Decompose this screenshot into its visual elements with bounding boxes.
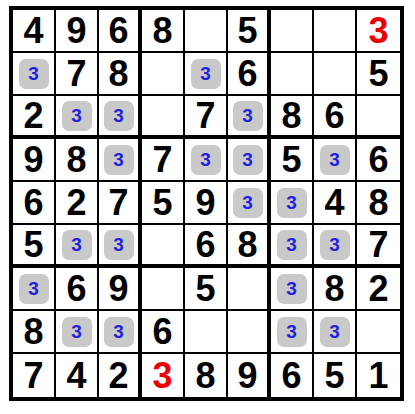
candidate-3-marker: 3 <box>62 230 92 260</box>
cell-r1c8[interactable] <box>314 10 357 53</box>
cell-r7c1[interactable]: 3 <box>13 268 56 311</box>
digit-given: 8 <box>195 358 215 394</box>
digit-given: 6 <box>108 13 128 49</box>
digit-given: 2 <box>23 98 43 134</box>
cell-r5c2[interactable]: 2 <box>56 182 99 225</box>
sudoku-board: 4968533783652337386983733536627593348533… <box>9 6 404 401</box>
cell-r2c5[interactable]: 3 <box>185 53 228 96</box>
cell-r5c8[interactable]: 4 <box>314 182 357 225</box>
cell-r9c2[interactable]: 4 <box>56 354 99 397</box>
candidate-3-marker: 3 <box>320 145 350 175</box>
candidate-3-marker: 3 <box>277 230 307 260</box>
cell-r7c9[interactable]: 2 <box>357 268 400 311</box>
cell-r4c4[interactable]: 7 <box>142 139 185 182</box>
digit-given: 2 <box>108 358 128 394</box>
cell-r9c1[interactable]: 7 <box>13 354 56 397</box>
digit-given: 6 <box>66 271 86 307</box>
digit-given: 4 <box>324 185 344 221</box>
cell-r3c7[interactable]: 8 <box>271 96 314 139</box>
cell-r9c8[interactable]: 5 <box>314 354 357 397</box>
cell-r6c8[interactable]: 3 <box>314 225 357 268</box>
cell-r4c2[interactable]: 8 <box>56 139 99 182</box>
digit-given: 7 <box>23 358 43 394</box>
cell-r5c6[interactable]: 3 <box>228 182 271 225</box>
digit-given: 7 <box>66 56 86 92</box>
cell-r7c3[interactable]: 9 <box>99 268 142 311</box>
candidate-3-marker: 3 <box>277 188 307 218</box>
cell-r2c7[interactable] <box>271 53 314 96</box>
digit-given: 8 <box>324 271 344 307</box>
cell-r8c4[interactable]: 6 <box>142 311 185 354</box>
cell-r1c3[interactable]: 6 <box>99 10 142 53</box>
cell-r1c5[interactable] <box>185 10 228 53</box>
digit-given: 7 <box>152 142 172 178</box>
candidate-3-marker: 3 <box>320 317 350 347</box>
digit-given: 8 <box>237 227 257 263</box>
cell-r2c1[interactable]: 3 <box>13 53 56 96</box>
sudoku-grid: 4968533783652337386983733536627593348533… <box>13 10 400 397</box>
digit-given: 5 <box>324 358 344 394</box>
cell-r1c6[interactable]: 5 <box>228 10 271 53</box>
digit-given: 5 <box>152 185 172 221</box>
digit-given: 6 <box>368 142 388 178</box>
cell-r1c2[interactable]: 9 <box>56 10 99 53</box>
cell-r3c4[interactable] <box>142 96 185 139</box>
cell-r3c1[interactable]: 2 <box>13 96 56 139</box>
cell-r8c8[interactable]: 3 <box>314 311 357 354</box>
cell-r3c8[interactable]: 6 <box>314 96 357 139</box>
digit-given: 6 <box>195 227 215 263</box>
candidate-3-marker: 3 <box>19 59 49 89</box>
digit-given: 8 <box>281 98 301 134</box>
candidate-3-marker: 3 <box>104 145 134 175</box>
cell-r6c7[interactable]: 3 <box>271 225 314 268</box>
cell-r8c7[interactable]: 3 <box>271 311 314 354</box>
digit-given: 4 <box>23 13 43 49</box>
cell-r8c9[interactable] <box>357 311 400 354</box>
cell-r3c9[interactable] <box>357 96 400 139</box>
digit-given: 7 <box>195 98 215 134</box>
cell-r4c1[interactable]: 9 <box>13 139 56 182</box>
cell-r6c2[interactable]: 3 <box>56 225 99 268</box>
digit-given: 5 <box>368 56 388 92</box>
cell-r3c3[interactable]: 3 <box>99 96 142 139</box>
cell-r4c3[interactable]: 3 <box>99 139 142 182</box>
digit-given: 2 <box>368 271 388 307</box>
candidate-3-marker: 3 <box>191 145 221 175</box>
cell-r6c9[interactable]: 7 <box>357 225 400 268</box>
cell-r9c7[interactable]: 6 <box>271 354 314 397</box>
digit-given: 1 <box>368 358 388 394</box>
digit-given: 4 <box>66 358 86 394</box>
digit-given: 7 <box>108 185 128 221</box>
cell-r8c5[interactable] <box>185 311 228 354</box>
cell-r8c1[interactable]: 8 <box>13 311 56 354</box>
cell-r4c6[interactable]: 3 <box>228 139 271 182</box>
digit-given: 6 <box>324 98 344 134</box>
digit-given: 6 <box>281 358 301 394</box>
digit-given: 9 <box>66 13 86 49</box>
cell-r1c4[interactable]: 8 <box>142 10 185 53</box>
cell-r9c3[interactable]: 2 <box>99 354 142 397</box>
cell-r6c4[interactable] <box>142 225 185 268</box>
cell-r6c3[interactable]: 3 <box>99 225 142 268</box>
cell-r8c6[interactable] <box>228 311 271 354</box>
cell-r2c4[interactable] <box>142 53 185 96</box>
cell-r7c7[interactable]: 3 <box>271 268 314 311</box>
digit-given: 5 <box>237 13 257 49</box>
cell-r4c7[interactable]: 5 <box>271 139 314 182</box>
cell-r2c6[interactable]: 6 <box>228 53 271 96</box>
digit-given: 6 <box>23 185 43 221</box>
digit-red: 3 <box>368 13 388 49</box>
cell-r6c5[interactable]: 6 <box>185 225 228 268</box>
candidate-3-marker: 3 <box>62 101 92 131</box>
candidate-3-marker: 3 <box>277 274 307 304</box>
cell-r2c3[interactable]: 8 <box>99 53 142 96</box>
cell-r1c7[interactable] <box>271 10 314 53</box>
digit-given: 6 <box>152 314 172 350</box>
candidate-3-marker: 3 <box>104 101 134 131</box>
digit-given: 8 <box>66 142 86 178</box>
cell-r8c2[interactable]: 3 <box>56 311 99 354</box>
candidate-3-marker: 3 <box>277 317 307 347</box>
cell-r5c4[interactable]: 5 <box>142 182 185 225</box>
cell-r2c2[interactable]: 7 <box>56 53 99 96</box>
digit-given: 5 <box>23 227 43 263</box>
cell-r7c8[interactable]: 8 <box>314 268 357 311</box>
digit-given: 9 <box>237 358 257 394</box>
digit-given: 5 <box>195 271 215 307</box>
candidate-3-marker: 3 <box>104 230 134 260</box>
digit-given: 9 <box>195 185 215 221</box>
cell-r1c9[interactable]: 3 <box>357 10 400 53</box>
candidate-3-marker: 3 <box>233 101 263 131</box>
cell-r7c2[interactable]: 6 <box>56 268 99 311</box>
cell-r7c4[interactable] <box>142 268 185 311</box>
cell-r2c8[interactable] <box>314 53 357 96</box>
cell-r5c9[interactable]: 8 <box>357 182 400 225</box>
digit-given: 8 <box>23 314 43 350</box>
cell-r3c2[interactable]: 3 <box>56 96 99 139</box>
digit-given: 8 <box>152 13 172 49</box>
cell-r3c5[interactable]: 7 <box>185 96 228 139</box>
cell-r4c8[interactable]: 3 <box>314 139 357 182</box>
cell-r8c3[interactable]: 3 <box>99 311 142 354</box>
candidate-3-marker: 3 <box>191 59 221 89</box>
cell-r5c7[interactable]: 3 <box>271 182 314 225</box>
cell-r3c6[interactable]: 3 <box>228 96 271 139</box>
candidate-3-marker: 3 <box>104 317 134 347</box>
cell-r1c1[interactable]: 4 <box>13 10 56 53</box>
digit-given: 8 <box>368 185 388 221</box>
candidate-3-marker: 3 <box>62 317 92 347</box>
candidate-3-marker: 3 <box>233 145 263 175</box>
candidate-3-marker: 3 <box>19 274 49 304</box>
digit-given: 8 <box>108 56 128 92</box>
candidate-3-marker: 3 <box>320 230 350 260</box>
digit-given: 9 <box>23 142 43 178</box>
cell-r2c9[interactable]: 5 <box>357 53 400 96</box>
cell-r5c1[interactable]: 6 <box>13 182 56 225</box>
cell-r9c6[interactable]: 9 <box>228 354 271 397</box>
digit-given: 9 <box>108 271 128 307</box>
cell-r9c5[interactable]: 8 <box>185 354 228 397</box>
digit-given: 2 <box>66 185 86 221</box>
digit-given: 7 <box>368 227 388 263</box>
cell-r5c5[interactable]: 9 <box>185 182 228 225</box>
cell-r7c5[interactable]: 5 <box>185 268 228 311</box>
digit-given: 6 <box>237 56 257 92</box>
cell-r4c5[interactable]: 3 <box>185 139 228 182</box>
candidate-3-marker: 3 <box>233 188 263 218</box>
digit-given: 5 <box>281 142 301 178</box>
cell-r6c6[interactable]: 8 <box>228 225 271 268</box>
digit-red: 3 <box>152 358 172 394</box>
cell-r5c3[interactable]: 7 <box>99 182 142 225</box>
cell-r4c9[interactable]: 6 <box>357 139 400 182</box>
cell-r6c1[interactable]: 5 <box>13 225 56 268</box>
cell-r7c6[interactable] <box>228 268 271 311</box>
cell-r9c4[interactable]: 3 <box>142 354 185 397</box>
cell-r9c9[interactable]: 1 <box>357 354 400 397</box>
